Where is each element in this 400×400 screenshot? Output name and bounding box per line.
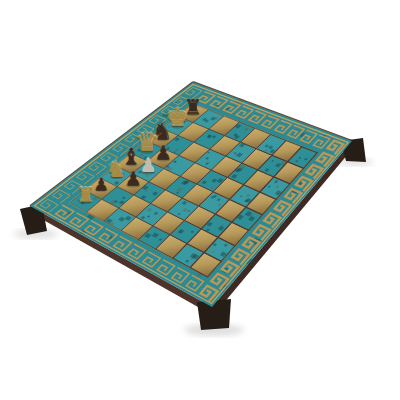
piece-shadow [126, 183, 140, 188]
piece-shadow [171, 125, 183, 129]
chess-set-product-photo: ♜♟♞♝♛♞♚♜♟♟♟ [0, 0, 400, 400]
piece-shadow [80, 200, 92, 204]
piece-shadow [187, 112, 199, 116]
piece-shadow [141, 170, 155, 175]
chess-board [0, 0, 400, 400]
piece-shadow [110, 175, 122, 179]
piece-shadow [156, 137, 168, 141]
piece-shadow [141, 150, 153, 154]
piece-shadow [125, 162, 137, 166]
piece-shadow [95, 187, 107, 191]
piece-shadow [156, 157, 170, 162]
